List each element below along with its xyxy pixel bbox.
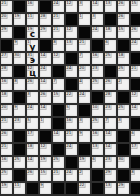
cell-number: 26: [131, 27, 137, 32]
cell-r0c0[interactable]: 21: [0, 0, 13, 13]
cell-number: 21: [1, 1, 7, 6]
cell-number: 24: [66, 66, 72, 71]
cell-number: 14: [40, 79, 46, 84]
cell-r6c0[interactable]: 16: [0, 78, 13, 91]
cell-number: 19: [40, 157, 46, 162]
cell-r12c8[interactable]: 23: [104, 156, 117, 169]
cell-r6c4[interactable]: 7: [52, 78, 65, 91]
cell-r15c8: [104, 195, 117, 196]
cell-r0c9[interactable]: 26: [117, 0, 130, 13]
cell-r14c0[interactable]: 19: [0, 182, 13, 195]
cell-r10c10[interactable]: 6: [130, 130, 140, 143]
cell-r8c0[interactable]: 20: [0, 104, 13, 117]
cell-r1c0[interactable]: 20: [0, 13, 13, 26]
cell-number: 1: [79, 14, 83, 19]
cell-r7c2[interactable]: 3: [26, 91, 39, 104]
cell-r11c8[interactable]: 14: [104, 143, 117, 156]
cell-r14c1[interactable]: 11: [13, 182, 26, 195]
cell-number: 29: [105, 170, 111, 175]
cell-r9c5[interactable]: 16: [65, 117, 78, 130]
cell-number: 1: [40, 118, 44, 123]
cell-number: 9: [14, 105, 18, 110]
cell-number: 10: [92, 105, 98, 110]
cell-r7c5[interactable]: 22: [65, 91, 78, 104]
cell-r13c0[interactable]: 25: [0, 169, 13, 182]
cell-r13c9: [117, 169, 130, 182]
cell-r13c10[interactable]: 8: [130, 169, 140, 182]
cell-number: 25: [1, 170, 7, 175]
cell-r10c0[interactable]: 26: [0, 130, 13, 143]
cell-number: 12: [53, 53, 59, 58]
cell-r15c6: [78, 195, 91, 196]
cell-r11c4: [52, 143, 65, 156]
cell-r12c2[interactable]: 14: [26, 156, 39, 169]
cell-r2c8[interactable]: 18: [104, 26, 117, 39]
cell-number: 6: [105, 40, 109, 45]
cell-r9c3[interactable]: 1: [39, 117, 52, 130]
cell-number: 2: [79, 170, 83, 175]
cell-number: 21: [53, 14, 59, 19]
cell-r10c8[interactable]: 14: [104, 130, 117, 143]
cell-r14c3[interactable]: 9: [39, 182, 52, 195]
cell-r4c5: [65, 52, 78, 65]
cell-r2c0[interactable]: 29: [0, 26, 13, 39]
cell-number: 25: [53, 157, 59, 162]
cell-r0c2[interactable]: 16: [26, 0, 39, 13]
cell-number: 21: [66, 131, 72, 136]
cell-r0c4[interactable]: 24: [52, 0, 65, 13]
cell-r2c2[interactable]: 19с: [26, 26, 39, 39]
cell-r10c2[interactable]: 17: [26, 130, 39, 143]
cell-r15c4: [52, 195, 65, 196]
cell-number: 13: [105, 1, 111, 6]
cell-r9c2[interactable]: 5: [26, 117, 39, 130]
cell-number: 3: [92, 14, 96, 19]
cell-number: 14: [53, 131, 59, 136]
cell-number: 30: [118, 157, 124, 162]
cell-number: 15: [53, 92, 59, 97]
cell-number: 29: [40, 27, 46, 32]
cell-r15c1: [13, 195, 26, 196]
cell-r12c1[interactable]: 25: [13, 156, 26, 169]
cell-r5c9[interactable]: 25: [117, 65, 130, 78]
cell-r13c8[interactable]: 29: [104, 169, 117, 182]
cell-number: 3: [27, 92, 31, 97]
cell-r5c6[interactable]: 20: [78, 65, 91, 78]
cell-r3c2[interactable]: 1у: [26, 39, 39, 52]
cell-r5c3[interactable]: 24: [39, 65, 52, 78]
cell-number: 4: [79, 79, 83, 84]
cell-r3c9: [117, 39, 130, 52]
revealed-letter: э: [27, 55, 38, 65]
cell-r8c3[interactable]: 14: [39, 104, 52, 117]
cell-r7c0[interactable]: 18: [0, 91, 13, 104]
cell-r1c6[interactable]: 1: [78, 13, 91, 26]
cell-number: 17: [131, 144, 137, 149]
cell-number: 3: [79, 1, 83, 6]
cell-r4c6[interactable]: 7: [78, 52, 91, 65]
cell-r12c6[interactable]: 19: [78, 156, 91, 169]
cell-r0c6[interactable]: 3: [78, 0, 91, 13]
cell-number: 8: [53, 40, 57, 45]
cell-r14c6[interactable]: 22: [78, 182, 91, 195]
cell-r9c6[interactable]: 3: [78, 117, 91, 130]
cell-r4c10: [130, 52, 140, 65]
cell-number: 6: [131, 131, 135, 136]
cell-r8c1[interactable]: 9: [13, 104, 26, 117]
cell-number: 25: [105, 53, 111, 58]
cell-r0c7[interactable]: 14: [91, 0, 104, 13]
cell-r14c7: [91, 182, 104, 195]
cell-r1c5: [65, 13, 78, 26]
cell-number: 24: [40, 66, 46, 71]
cell-r9c4: [52, 117, 65, 130]
cell-r2c9[interactable]: 15: [117, 26, 130, 39]
cell-r5c7[interactable]: 23: [91, 65, 104, 78]
cell-r6c1[interactable]: 8: [13, 78, 26, 91]
cell-r9c1[interactable]: 23: [13, 117, 26, 130]
cell-r15c0: [0, 195, 13, 196]
cell-r15c5: [65, 195, 78, 196]
revealed-letter: с: [27, 29, 38, 39]
cell-number: 23: [105, 105, 111, 110]
cell-r7c6[interactable]: 24: [78, 91, 91, 104]
cell-number: 13: [92, 144, 98, 149]
cell-number: 14: [105, 144, 111, 149]
cell-r9c7[interactable]: 25: [91, 117, 104, 130]
cell-r1c3[interactable]: 28: [39, 13, 52, 26]
cell-r6c9[interactable]: 2: [117, 78, 130, 91]
cell-number: 24: [66, 144, 72, 149]
cell-r1c4[interactable]: 21: [52, 13, 65, 26]
cell-r11c6: [78, 143, 91, 156]
cell-number: 26: [118, 1, 124, 6]
cell-number: 16: [1, 79, 7, 84]
cell-r10c3: [39, 130, 52, 143]
cell-r5c2[interactable]: 12ц: [26, 65, 39, 78]
cell-number: 13: [66, 40, 72, 45]
cell-r11c0[interactable]: 21: [0, 143, 13, 156]
cell-number: 17: [27, 131, 33, 136]
cell-r12c5: [65, 156, 78, 169]
cell-number: 30: [14, 53, 20, 58]
cell-r7c7: [91, 91, 104, 104]
cell-number: 14: [105, 131, 111, 136]
cell-number: 29: [118, 183, 124, 188]
cell-number: 22: [79, 183, 85, 188]
cell-number: 25: [14, 157, 20, 162]
cell-r9c0[interactable]: 21: [0, 117, 13, 130]
cell-number: 28: [1, 66, 7, 71]
cell-number: 26: [27, 79, 33, 84]
cell-number: 3: [118, 118, 122, 123]
revealed-letter: у: [27, 42, 38, 52]
cell-number: 16: [92, 53, 98, 58]
cell-number: 26: [27, 170, 33, 175]
cell-r8c10[interactable]: 14: [130, 104, 140, 117]
cell-r7c10[interactable]: 12: [130, 91, 140, 104]
cell-r11c7[interactable]: 13: [91, 143, 104, 156]
cell-r5c1: [13, 65, 26, 78]
cell-number: 7: [105, 118, 109, 123]
cell-number: 11: [14, 183, 20, 188]
cell-r11c10[interactable]: 17: [130, 143, 140, 156]
cell-r2c6: [78, 26, 91, 39]
cell-r14c2: [26, 182, 39, 195]
cell-r6c3[interactable]: 14: [39, 78, 52, 91]
cell-number: 26: [40, 92, 46, 97]
cell-r3c4[interactable]: 8: [52, 39, 65, 52]
cell-r2c5[interactable]: 12: [65, 26, 78, 39]
cell-r3c0: [0, 39, 13, 52]
cell-r6c5: [65, 78, 78, 91]
cell-r14c9[interactable]: 29: [117, 182, 130, 195]
cell-r6c10: [130, 78, 140, 91]
cell-r11c1: [13, 143, 26, 156]
cell-r5c0[interactable]: 28: [0, 65, 13, 78]
cell-r6c7[interactable]: 25: [91, 78, 104, 91]
cell-number: 13: [105, 183, 111, 188]
cell-r3c10[interactable]: 24: [130, 39, 140, 52]
cell-number: 23: [92, 66, 98, 71]
cell-number: 21: [53, 170, 59, 175]
cell-number: 3: [79, 118, 83, 123]
cell-r7c8[interactable]: 28: [104, 91, 117, 104]
cell-r8c9[interactable]: 25: [117, 104, 130, 117]
cell-r10c7[interactable]: 16: [91, 130, 104, 143]
cell-r2c1: [13, 26, 26, 39]
cell-number: 9: [40, 183, 44, 188]
cell-number: 12: [131, 92, 137, 97]
cell-r11c3[interactable]: 12: [39, 143, 52, 156]
cell-number: 18: [118, 53, 124, 58]
cell-r5c8: [104, 65, 117, 78]
cell-r12c7[interactable]: 6: [91, 156, 104, 169]
cell-r9c8[interactable]: 7: [104, 117, 117, 130]
cell-number: 24: [92, 27, 98, 32]
cell-r13c5[interactable]: 24: [65, 169, 78, 182]
cell-r1c10: [130, 13, 140, 26]
cell-r12c0[interactable]: 16: [0, 156, 13, 169]
cell-r6c8[interactable]: 26: [104, 78, 117, 91]
cell-r6c2[interactable]: 26: [26, 78, 39, 91]
cell-number: 7: [79, 53, 83, 58]
cell-number: 16: [27, 1, 33, 6]
cell-number: 21: [131, 66, 137, 71]
cell-r2c7[interactable]: 24: [91, 26, 104, 39]
cell-r4c1[interactable]: 30: [13, 52, 26, 65]
cell-number: 5: [66, 105, 70, 110]
cell-r14c4: [52, 182, 65, 195]
cell-r3c1[interactable]: 9: [13, 39, 26, 52]
cell-r1c1[interactable]: 19: [13, 13, 26, 26]
cell-r2c3[interactable]: 29: [39, 26, 52, 39]
cell-number: 23: [14, 118, 20, 123]
cell-number: 2: [118, 79, 122, 84]
cell-number: 22: [66, 92, 72, 97]
cell-r8c5[interactable]: 5: [65, 104, 78, 117]
cell-r10c5[interactable]: 21: [65, 130, 78, 143]
cell-r10c1: [13, 130, 26, 143]
cell-r11c5[interactable]: 24: [65, 143, 78, 156]
cell-r8c2[interactable]: 24: [26, 104, 39, 117]
cell-r11c9: [117, 143, 130, 156]
cell-r8c6: [78, 104, 91, 117]
cell-r4c8[interactable]: 25: [104, 52, 117, 65]
codeword-puzzle-screenshot: 21162412314132615201911282113262919с2921…: [0, 0, 140, 196]
cell-r15c2: [26, 195, 39, 196]
cell-number: 24: [53, 1, 59, 6]
cell-r15c9: [117, 195, 130, 196]
cell-r10c6[interactable]: 9: [78, 130, 91, 143]
cell-number: 21: [53, 27, 59, 32]
cell-number: 12: [66, 27, 72, 32]
cell-number: 24: [79, 92, 85, 97]
cell-number: 9: [79, 131, 83, 136]
cell-number: 19: [79, 157, 85, 162]
cell-number: 16: [92, 131, 98, 136]
cell-r0c3: [39, 0, 52, 13]
cell-r3c6[interactable]: 21: [78, 39, 91, 52]
cell-r12c4[interactable]: 25: [52, 156, 65, 169]
cell-number: 25: [118, 105, 124, 110]
cell-r7c4[interactable]: 15: [52, 91, 65, 104]
cell-number: 14: [92, 1, 98, 6]
cell-r1c8: [104, 13, 117, 26]
cell-r11c2[interactable]: 18: [26, 143, 39, 156]
cell-r10c9: [117, 130, 130, 143]
cell-r15c7: [91, 195, 104, 196]
cell-r7c1: [13, 91, 26, 104]
cell-number: 14: [40, 105, 46, 110]
cell-r4c0[interactable]: 27: [0, 52, 13, 65]
cell-number: 11: [27, 14, 33, 19]
cell-number: 28: [40, 14, 46, 19]
cell-r8c8[interactable]: 23: [104, 104, 117, 117]
cell-number: 14: [27, 157, 33, 162]
cell-r0c1: [13, 0, 26, 13]
cell-r4c3[interactable]: 14: [39, 52, 52, 65]
cell-number: 26: [105, 79, 111, 84]
cell-number: 26: [1, 131, 7, 136]
cell-number: 24: [66, 170, 72, 175]
cell-number: 19: [1, 183, 7, 188]
cell-r10c4[interactable]: 14: [52, 130, 65, 143]
cell-r13c6[interactable]: 2: [78, 169, 91, 182]
cell-r8c4: [52, 104, 65, 117]
cell-r2c10[interactable]: 26: [130, 26, 140, 39]
cell-number: 25: [92, 79, 98, 84]
cell-r1c7[interactable]: 3: [91, 13, 104, 26]
cell-r13c2[interactable]: 26: [26, 169, 39, 182]
cell-r3c8[interactable]: 6: [104, 39, 117, 52]
revealed-letter: ц: [27, 68, 38, 78]
cell-number: 20: [79, 66, 85, 71]
cell-r7c9: [117, 91, 130, 104]
cell-r13c4[interactable]: 21: [52, 169, 65, 182]
cell-r3c7: [91, 39, 104, 52]
cell-r4c7[interactable]: 16: [91, 52, 104, 65]
cell-number: 15: [131, 1, 137, 6]
cell-r9c10: [130, 117, 140, 130]
cell-r13c7: [91, 169, 104, 182]
cell-number: 12: [40, 144, 46, 149]
cell-r0c5[interactable]: 12: [65, 0, 78, 13]
cell-r1c2[interactable]: 11: [26, 13, 39, 26]
cell-r5c10[interactable]: 21: [130, 65, 140, 78]
cell-r8c7[interactable]: 10: [91, 104, 104, 117]
cell-r4c2[interactable]: 31э: [26, 52, 39, 65]
cell-number: 18: [105, 27, 111, 32]
cell-number: 8: [14, 79, 18, 84]
cell-r14c5: [65, 182, 78, 195]
cell-r9c9[interactable]: 3: [117, 117, 130, 130]
cell-r2c4[interactable]: 21: [52, 26, 65, 39]
cell-number: 15: [118, 27, 124, 32]
cell-r1c9[interactable]: 26: [117, 13, 130, 26]
cell-number: 7: [53, 79, 57, 84]
cell-number: 5: [27, 118, 31, 123]
cell-r12c3[interactable]: 19: [39, 156, 52, 169]
cell-r13c3[interactable]: 15: [39, 169, 52, 182]
cell-r5c5[interactable]: 24: [65, 65, 78, 78]
cell-r3c3: [39, 39, 52, 52]
cell-r15c10: [130, 195, 140, 196]
cell-number: 21: [1, 144, 7, 149]
cell-number: 14: [131, 105, 137, 110]
cell-number: 20: [1, 14, 7, 19]
cell-number: 24: [27, 105, 33, 110]
cell-r0c8[interactable]: 13: [104, 0, 117, 13]
cell-number: 25: [92, 118, 98, 123]
cell-r15c3: [39, 195, 52, 196]
cell-number: 28: [105, 92, 111, 97]
codeword-grid: 21162412314132615201911282113262919с2921…: [0, 0, 140, 196]
cell-r7c3[interactable]: 26: [39, 91, 52, 104]
cell-number: 19: [14, 14, 20, 19]
cell-r12c10: [130, 156, 140, 169]
cell-number: 26: [118, 14, 124, 19]
cell-r14c10: [130, 182, 140, 195]
cell-r12c9[interactable]: 30: [117, 156, 130, 169]
cell-r3c5[interactable]: 13: [65, 39, 78, 52]
cell-r4c4[interactable]: 12: [52, 52, 65, 65]
cell-r6c6[interactable]: 4: [78, 78, 91, 91]
cell-r4c9[interactable]: 18: [117, 52, 130, 65]
cell-number: 16: [66, 118, 72, 123]
cell-r14c8[interactable]: 13: [104, 182, 117, 195]
cell-number: 23: [105, 157, 111, 162]
cell-number: 18: [27, 144, 33, 149]
cell-number: 20: [1, 105, 7, 110]
cell-number: 24: [131, 40, 137, 45]
cell-number: 27: [1, 53, 7, 58]
cell-number: 18: [1, 92, 7, 97]
cell-number: 15: [40, 170, 46, 175]
cell-number: 21: [79, 40, 85, 45]
cell-r0c10[interactable]: 15: [130, 0, 140, 13]
cell-number: 16: [1, 157, 7, 162]
cell-number: 9: [14, 40, 18, 45]
cell-number: 21: [1, 118, 7, 123]
cell-number: 25: [118, 66, 124, 71]
cell-number: 8: [131, 170, 135, 175]
cell-r13c1: [13, 169, 26, 182]
cell-r5c4: [52, 65, 65, 78]
cell-number: 14: [40, 53, 46, 58]
cell-number: 29: [1, 27, 7, 32]
cell-number: 12: [66, 1, 72, 6]
